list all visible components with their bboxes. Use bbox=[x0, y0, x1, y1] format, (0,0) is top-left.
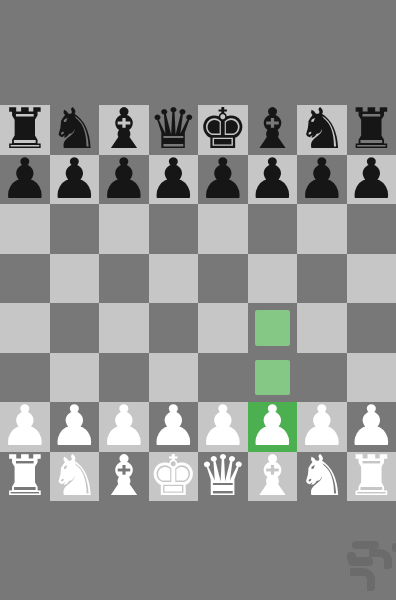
watermark-stroke bbox=[352, 541, 379, 549]
black-pawn: ♟ bbox=[247, 154, 297, 204]
white-rook: ♜ bbox=[346, 451, 396, 501]
square-h6[interactable] bbox=[347, 204, 396, 254]
watermark-stroke bbox=[350, 568, 375, 591]
white-king: ♚ bbox=[148, 451, 198, 501]
square-f7[interactable]: ♟ bbox=[248, 155, 298, 205]
square-g7[interactable]: ♟ bbox=[297, 155, 347, 205]
square-a5[interactable] bbox=[0, 254, 50, 304]
watermark-stroke bbox=[392, 543, 396, 552]
square-g5[interactable] bbox=[297, 254, 347, 304]
black-pawn: ♟ bbox=[297, 154, 347, 204]
square-g6[interactable] bbox=[297, 204, 347, 254]
square-c6[interactable] bbox=[99, 204, 149, 254]
square-f1[interactable]: ♝ bbox=[248, 452, 298, 502]
square-c1[interactable]: ♝ bbox=[99, 452, 149, 502]
square-e7[interactable]: ♟ bbox=[198, 155, 248, 205]
square-h4[interactable] bbox=[347, 303, 396, 353]
square-a7[interactable]: ♟ bbox=[0, 155, 50, 205]
square-b7[interactable]: ♟ bbox=[50, 155, 100, 205]
square-h1[interactable]: ♜ bbox=[347, 452, 396, 502]
white-rook: ♜ bbox=[0, 451, 50, 501]
white-bishop: ♝ bbox=[247, 451, 297, 501]
black-pawn: ♟ bbox=[0, 154, 50, 204]
square-c5[interactable] bbox=[99, 254, 149, 304]
square-d1[interactable]: ♚ bbox=[149, 452, 199, 502]
square-d5[interactable] bbox=[149, 254, 199, 304]
white-knight: ♞ bbox=[49, 451, 99, 501]
square-c4[interactable] bbox=[99, 303, 149, 353]
black-pawn: ♟ bbox=[346, 154, 396, 204]
square-c7[interactable]: ♟ bbox=[99, 155, 149, 205]
chess-app-screen: ♜♞♝♛♚♝♞♜♟♟♟♟♟♟♟♟♟♟♟♟♟♟♟♟♜♞♝♚♛♝♞♜ bbox=[0, 0, 396, 600]
square-f6[interactable] bbox=[248, 204, 298, 254]
white-queen: ♛ bbox=[198, 451, 248, 501]
square-a4[interactable] bbox=[0, 303, 50, 353]
square-e4[interactable] bbox=[198, 303, 248, 353]
square-h5[interactable] bbox=[347, 254, 396, 304]
square-e1[interactable]: ♛ bbox=[198, 452, 248, 502]
square-b6[interactable] bbox=[50, 204, 100, 254]
bazaar-watermark bbox=[346, 541, 396, 591]
square-f5[interactable] bbox=[248, 254, 298, 304]
white-knight: ♞ bbox=[297, 451, 347, 501]
chess-board: ♜♞♝♛♚♝♞♜♟♟♟♟♟♟♟♟♟♟♟♟♟♟♟♟♜♞♝♚♛♝♞♜ bbox=[0, 105, 396, 501]
square-d6[interactable] bbox=[149, 204, 199, 254]
square-b5[interactable] bbox=[50, 254, 100, 304]
black-pawn: ♟ bbox=[198, 154, 248, 204]
square-e6[interactable] bbox=[198, 204, 248, 254]
square-b1[interactable]: ♞ bbox=[50, 452, 100, 502]
black-pawn: ♟ bbox=[49, 154, 99, 204]
square-a1[interactable]: ♜ bbox=[0, 452, 50, 502]
square-b4[interactable] bbox=[50, 303, 100, 353]
square-g1[interactable]: ♞ bbox=[297, 452, 347, 502]
watermark-stroke bbox=[348, 557, 373, 566]
square-h7[interactable]: ♟ bbox=[347, 155, 396, 205]
square-d7[interactable]: ♟ bbox=[149, 155, 199, 205]
square-e5[interactable] bbox=[198, 254, 248, 304]
black-pawn: ♟ bbox=[148, 154, 198, 204]
square-f4[interactable] bbox=[248, 303, 298, 353]
white-bishop: ♝ bbox=[99, 451, 149, 501]
square-g4[interactable] bbox=[297, 303, 347, 353]
square-a6[interactable] bbox=[0, 204, 50, 254]
black-pawn: ♟ bbox=[99, 154, 149, 204]
square-d4[interactable] bbox=[149, 303, 199, 353]
